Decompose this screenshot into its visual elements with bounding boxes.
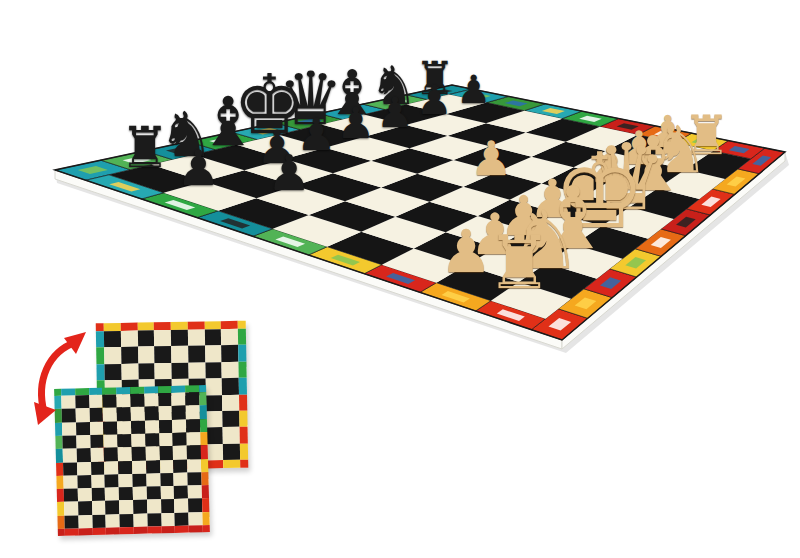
inset-border-tile [201, 459, 208, 472]
inset-board-square [187, 445, 201, 459]
inset-board-square [147, 500, 161, 514]
inset-border-tile [202, 512, 209, 525]
inset-board-square [119, 487, 133, 501]
inset-board-square [91, 461, 105, 475]
inset-board-square [64, 515, 78, 529]
inset-board-square [186, 432, 200, 446]
inset-board-square [205, 395, 222, 412]
inset-board-square [121, 347, 138, 364]
inset-border-tile [199, 392, 206, 405]
inset-board-square [130, 394, 144, 408]
inset-border-tile [238, 361, 246, 378]
flip-arrow-icon [24, 326, 94, 431]
inset-board-square [120, 514, 134, 528]
inset-board-square [174, 499, 188, 513]
inset-board-square [76, 448, 90, 462]
inset-board-square [154, 330, 171, 347]
inset-board-square [173, 432, 187, 446]
inset-board-square [104, 331, 121, 348]
inset-board-square [160, 486, 174, 500]
inset-board-square [186, 406, 200, 420]
inset-board-square [223, 411, 240, 428]
inset-board-square [206, 444, 223, 461]
inset-border-tile [202, 485, 209, 498]
inset-border-tile [240, 427, 248, 444]
inset-board-square [91, 475, 105, 489]
inset-board-square [64, 502, 78, 516]
inset-board-square [133, 513, 147, 527]
inset-board-square [146, 473, 160, 487]
inset-board-square [185, 392, 199, 406]
inset-board-square [145, 420, 159, 434]
inset-board-square [91, 488, 105, 502]
inset-board-square [188, 362, 205, 379]
inset-board-square [223, 427, 240, 444]
inset-board-square [188, 485, 202, 499]
inset-board-square [90, 448, 104, 462]
inset-board-square [132, 460, 146, 474]
inset-board-square [221, 345, 238, 362]
inset-border-tile [175, 526, 189, 533]
inset-board-square [131, 407, 145, 421]
inset-board-square [173, 446, 187, 460]
inset-board-square [131, 420, 145, 434]
inset-board-square [144, 407, 158, 421]
inset-border-tile [239, 411, 247, 428]
product-photo-scene: ♜♞♝♛♚♝♞♜♟♟♟♟♟♟♟♟♟♟♟♟♟♟♟♟♜♞♝♛♚♝♞♜ [0, 0, 800, 558]
inset-border-tile [223, 460, 240, 468]
inset-board-square [175, 512, 189, 526]
inset-board-square [161, 499, 175, 513]
inset-board-square [132, 447, 146, 461]
inset-board-square [117, 434, 131, 448]
inset-board-square [159, 420, 173, 434]
inset-board-square [222, 378, 239, 395]
inset-board-square [146, 486, 160, 500]
inset-border-tile [240, 443, 248, 460]
inset-board-square [158, 393, 172, 407]
inset-board-square [206, 411, 223, 428]
inset-border-tile [239, 378, 247, 395]
inset-board-square [131, 434, 145, 448]
inset-board-square [171, 362, 188, 379]
inset-board-square [222, 362, 239, 379]
inset-board-square [186, 419, 200, 433]
inset-border-tile [240, 460, 248, 468]
inset-board-square [159, 433, 173, 447]
inset-border-tile [201, 472, 208, 485]
inset-border-tile [96, 364, 104, 381]
inset-board-square [104, 364, 121, 381]
inset-board-square [103, 394, 117, 408]
inset-board-square [205, 346, 222, 363]
inset-board-square [78, 501, 92, 515]
inset-board-square [154, 346, 171, 363]
inset-board-square [138, 347, 155, 364]
inset-board-square [188, 499, 202, 513]
inset-board-square [158, 406, 172, 420]
inset-board-square [223, 443, 240, 460]
inset-board-square [172, 406, 186, 420]
inset-board-square [145, 433, 159, 447]
inset-board-square [189, 512, 203, 526]
inset-board-square [103, 421, 117, 435]
inset-border-tile [202, 498, 209, 511]
inset-board-square [104, 434, 118, 448]
inset-border-tile [201, 445, 208, 458]
inset-board-square [160, 459, 174, 473]
inset-board-square [221, 329, 238, 346]
inset-board-square [146, 460, 160, 474]
inset-board-square [119, 500, 133, 514]
inset-board-square [188, 346, 205, 363]
inset-board-square [103, 408, 117, 422]
inset-board-square [171, 346, 188, 363]
inset-board-square [117, 407, 131, 421]
inset-border-tile [96, 331, 104, 348]
inset-border-tile [200, 432, 207, 445]
inset-board-square [63, 449, 77, 463]
inset-board-square [92, 514, 106, 528]
inset-border-tile [120, 527, 134, 534]
inset-board-square [144, 393, 158, 407]
inset-board-square [172, 393, 186, 407]
inset-board-square [78, 488, 92, 502]
inset-board-square [161, 513, 175, 527]
inset-board-square [174, 472, 188, 486]
inset-board-square [133, 487, 147, 501]
inset-border-tile [96, 348, 104, 365]
inset-board-square [62, 435, 76, 449]
inset-board-square [105, 474, 119, 488]
inset-board-square [64, 489, 78, 503]
inset-board-square [90, 435, 104, 449]
inset-board-square [155, 363, 172, 380]
inset-board-square [92, 501, 106, 515]
inset-board-square [188, 472, 202, 486]
inset-board-square [132, 473, 146, 487]
inset-board-square [172, 419, 186, 433]
inset-border-tile [238, 329, 246, 346]
inset-board-square [222, 394, 239, 411]
inset-board-square [138, 363, 155, 380]
inset-border-tile [134, 527, 148, 534]
inset-board-square [174, 486, 188, 500]
inset-board-square [205, 378, 222, 395]
inset-board-square [121, 331, 138, 348]
inset-border-tile [189, 525, 203, 532]
inset-board-square [160, 473, 174, 487]
inset-board-square [147, 513, 161, 527]
inset-board-square [188, 329, 205, 346]
inset-board-square [63, 462, 77, 476]
inset-board-square [104, 461, 118, 475]
inset-board-square [118, 447, 132, 461]
inset-board-square [105, 487, 119, 501]
inset-border-tile [148, 526, 162, 533]
inset-board-square [105, 501, 119, 515]
inset-board-square [77, 475, 91, 489]
inset-border-tile [203, 525, 210, 532]
inset-board-square [77, 462, 91, 476]
inset-board-square [63, 475, 77, 489]
inset-border-tile [238, 321, 246, 329]
inset-border-tile [161, 526, 175, 533]
inset-board-square [118, 461, 132, 475]
inset-border-tile [79, 528, 93, 535]
inset-board-square [119, 474, 133, 488]
inset-border-tile [200, 419, 207, 432]
inset-board-square [78, 515, 92, 529]
inset-board-square [133, 500, 147, 514]
inset-board-square [137, 330, 154, 347]
inset-border-tile [65, 528, 79, 535]
inset-board-square [205, 362, 222, 379]
inset-board-square [159, 446, 173, 460]
inset-border-tile [238, 345, 246, 362]
inset-border-tile [207, 460, 224, 468]
inset-border-tile [92, 528, 106, 535]
inset-board-square [171, 330, 188, 347]
inset-board-square [106, 514, 120, 528]
inset-border-tile [96, 323, 104, 331]
inset-board-square [121, 363, 138, 380]
inset-board-square [104, 448, 118, 462]
inset-board-square [76, 435, 90, 449]
inset-board-square [206, 427, 223, 444]
inset-board-square [173, 459, 187, 473]
inset-board-square [116, 394, 130, 408]
inset-board-square [117, 421, 131, 435]
inset-board-square [187, 459, 201, 473]
inset-border-tile [200, 405, 207, 418]
inset-board-square [204, 329, 221, 346]
inset-board-square [104, 347, 121, 364]
inset-border-tile [239, 394, 247, 411]
inset-border-tile [106, 527, 120, 534]
inset-board-square [145, 446, 159, 460]
